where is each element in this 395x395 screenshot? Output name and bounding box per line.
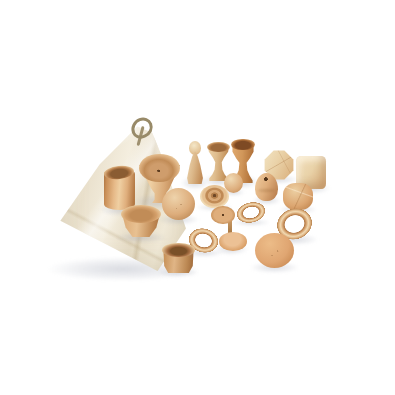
flat-dome [255,233,294,268]
product-photo-stage [0,0,395,395]
bag-cord-knot [126,117,154,151]
cylinder-cup [104,168,135,210]
small-cup [162,243,195,273]
faceted-ball [283,183,313,210]
small-bowl [121,205,161,238]
peg-doll [184,141,206,184]
spool-bead [255,173,278,201]
wood-dome-on-bag [162,188,195,220]
candle-holder-disc [200,185,229,208]
